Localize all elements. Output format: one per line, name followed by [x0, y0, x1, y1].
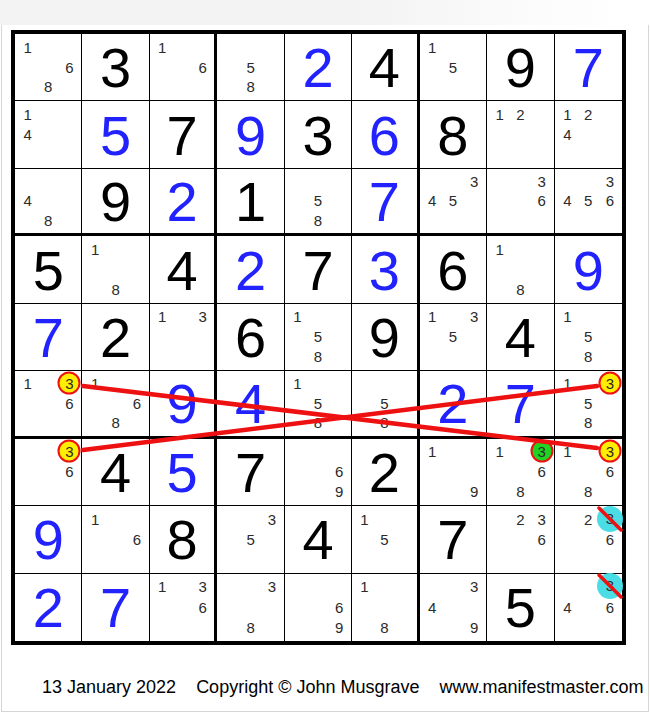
cell-value: 5 [505, 580, 536, 636]
pencil-mark: 9 [463, 615, 486, 638]
pencil-mark: 8 [509, 480, 532, 503]
pencil-mark: 2 [509, 103, 532, 126]
cell-value: 9 [100, 174, 131, 230]
pencil-mark: 5 [441, 325, 464, 348]
pencil-mark: 8 [37, 208, 60, 231]
cell-value: 4 [100, 445, 131, 501]
cell-value: 8 [167, 512, 198, 568]
cell-r5c7[interactable]: 135 [420, 304, 487, 371]
cell-r4c1[interactable]: 5 [15, 236, 82, 303]
pencil-mark: 1 [488, 103, 511, 126]
cell-r5c3[interactable]: 13 [150, 304, 217, 371]
cell-value: 2 [302, 40, 333, 96]
pencil-mark: 1 [286, 305, 309, 328]
pencil-mark: 1 [488, 440, 511, 463]
cell-value: 9 [573, 243, 604, 299]
pencil-mark: 4 [421, 189, 444, 212]
cell-value: 6 [437, 243, 468, 299]
cell-value: 9 [33, 512, 64, 568]
pencil-mark: 8 [104, 277, 127, 300]
cell-r8c4[interactable]: 35 [217, 506, 284, 573]
cell-r9c4[interactable]: 38 [217, 574, 284, 641]
footer: 13 January 2022 Copyright © John Musgrav… [42, 677, 650, 698]
cell-r3c7[interactable]: 345 [420, 169, 487, 236]
cell-r5c4[interactable]: 6 [217, 304, 284, 371]
pencil-mark: 8 [306, 345, 329, 368]
pencil-mark: 5 [577, 189, 600, 212]
cell-r7c3[interactable]: 5 [150, 439, 217, 506]
pencil-mark: 8 [239, 75, 262, 98]
pencil-mark: 8 [306, 208, 329, 231]
pencil-mark: 1 [488, 237, 511, 260]
pencil-mark: 5 [239, 527, 262, 550]
cell-r8c5[interactable]: 4 [285, 506, 352, 573]
cell-value: 5 [167, 445, 198, 501]
cell-r7c9[interactable]: 1368 [555, 439, 622, 506]
cell-r6c7[interactable]: 2 [420, 371, 487, 438]
cell-r3c6[interactable]: 7 [352, 169, 419, 236]
cell-r5c6[interactable]: 9 [352, 304, 419, 371]
pencil-mark: 1 [421, 35, 444, 58]
cell-value: 7 [33, 310, 64, 366]
sudoku-board: 1683165824159714579368121244892158734536… [11, 30, 626, 645]
cell-value: 4 [235, 376, 266, 432]
pencil-mark: 1 [151, 305, 174, 328]
top-bar [0, 0, 650, 25]
cell-r3c2[interactable]: 9 [82, 169, 149, 236]
pencil-mark: 6 [598, 595, 621, 618]
pencil-mark: 6 [530, 189, 553, 212]
pencil-mark: 6 [191, 595, 214, 618]
pencil-mark: 8 [577, 480, 600, 503]
pencil-mark: 1 [84, 237, 107, 260]
pencil-mark: 1 [16, 372, 39, 395]
cell-r9c8[interactable]: 5 [487, 574, 554, 641]
cell-value: 2 [369, 445, 400, 501]
pencil-mark: 1 [151, 35, 174, 58]
pencil-mark: 3 [463, 170, 486, 193]
pencil-mark: 1 [556, 440, 579, 463]
pencil-mark: 6 [598, 460, 621, 483]
cell-r8c7[interactable]: 7 [420, 506, 487, 573]
pencil-mark: 3 [463, 575, 486, 598]
cell-r5c2[interactable]: 2 [82, 304, 149, 371]
pencil-mark: 5 [441, 189, 464, 212]
cell-value: 3 [302, 108, 333, 164]
pencil-mark: 8 [577, 345, 600, 368]
pencil-mark: 9 [328, 480, 351, 503]
pencil-mark: 4 [421, 595, 444, 618]
pencil-mark: 8 [577, 411, 600, 434]
pencil-mark: 8 [373, 411, 396, 434]
cell-r2c9[interactable]: 124 [555, 101, 622, 168]
cell-r3c4[interactable]: 1 [217, 169, 284, 236]
pencil-mark: 5 [441, 55, 464, 78]
cell-r1c9[interactable]: 7 [555, 34, 622, 101]
pencil-mark: 3 [260, 575, 283, 598]
cell-value: 7 [100, 580, 131, 636]
cell-r9c7[interactable]: 349 [420, 574, 487, 641]
cell-r3c5[interactable]: 58 [285, 169, 352, 236]
cell-r8c1[interactable]: 9 [15, 506, 82, 573]
cell-r1c8[interactable]: 9 [487, 34, 554, 101]
cell-value: 7 [235, 445, 266, 501]
pencil-mark: 6 [58, 460, 81, 483]
cell-value: 2 [167, 174, 198, 230]
cell-value: 7 [437, 512, 468, 568]
pencil-mark: 8 [373, 615, 396, 638]
pencil-mark: 4 [556, 595, 579, 618]
cell-r1c5[interactable]: 2 [285, 34, 352, 101]
cell-r1c1[interactable]: 168 [15, 34, 82, 101]
cell-r2c3[interactable]: 7 [150, 101, 217, 168]
pencil-mark: 6 [598, 189, 621, 212]
cell-value: 2 [437, 376, 468, 432]
pencil-mark: 1 [353, 575, 376, 598]
cell-r8c2[interactable]: 16 [82, 506, 149, 573]
cell-r6c9[interactable]: 1358 [555, 371, 622, 438]
cell-value: 7 [167, 108, 198, 164]
cell-r6c4[interactable]: 4 [217, 371, 284, 438]
cell-value: 4 [505, 310, 536, 366]
pencil-mark: 2 [577, 103, 600, 126]
cell-r1c6[interactable]: 4 [352, 34, 419, 101]
pencil-mark: 1 [286, 372, 309, 395]
cell-value: 7 [505, 376, 536, 432]
cell-r8c9[interactable]: 236 [555, 506, 622, 573]
pencil-mark: 1 [353, 507, 376, 530]
footer-date: 13 January 2022 [42, 677, 176, 697]
cell-value: 9 [167, 376, 198, 432]
cell-r5c5[interactable]: 158 [285, 304, 352, 371]
cell-r2c2[interactable]: 5 [82, 101, 149, 168]
cell-value: 2 [235, 243, 266, 299]
pencil-mark: 1 [556, 372, 579, 395]
pencil-mark: 6 [191, 55, 214, 78]
pencil-mark: 1 [421, 440, 444, 463]
cell-r6c3[interactable]: 9 [150, 371, 217, 438]
cell-r4c7[interactable]: 6 [420, 236, 487, 303]
pencil-mark: 1 [84, 372, 107, 395]
pencil-mark: 3 [191, 305, 214, 328]
cell-r3c3[interactable]: 2 [150, 169, 217, 236]
cell-r8c3[interactable]: 8 [150, 506, 217, 573]
pencil-mark: 4 [556, 189, 579, 212]
pencil-mark: 6 [125, 527, 148, 550]
cell-value: 9 [369, 310, 400, 366]
cell-value: 5 [100, 108, 131, 164]
pencil-mark: 1 [151, 575, 174, 598]
footer-url: www.manifestmaster.com [440, 677, 644, 697]
cell-r7c8[interactable]: 1368 [487, 439, 554, 506]
cell-r7c6[interactable]: 2 [352, 439, 419, 506]
cell-r1c4[interactable]: 58 [217, 34, 284, 101]
cell-r9c1[interactable]: 2 [15, 574, 82, 641]
pencil-mark: 1 [16, 35, 39, 58]
pencil-mark: 8 [239, 615, 262, 638]
pencil-mark: 4 [556, 122, 579, 145]
cell-value: 2 [100, 310, 131, 366]
cell-r9c3[interactable]: 136 [150, 574, 217, 641]
cell-value: 6 [235, 310, 266, 366]
cell-r4c8[interactable]: 18 [487, 236, 554, 303]
cell-r2c1[interactable]: 14 [15, 101, 82, 168]
cell-r1c2[interactable]: 3 [82, 34, 149, 101]
cell-value: 8 [437, 108, 468, 164]
cell-r4c4[interactable]: 2 [217, 236, 284, 303]
cell-r9c6[interactable]: 18 [352, 574, 419, 641]
pencil-mark: 6 [598, 527, 621, 550]
cell-r4c5[interactable]: 7 [285, 236, 352, 303]
pencil-mark: 8 [306, 411, 329, 434]
pencil-mark: 6 [530, 460, 553, 483]
cell-r9c9[interactable]: 346 [555, 574, 622, 641]
cell-value: 5 [33, 243, 64, 299]
cell-r6c8[interactable]: 7 [487, 371, 554, 438]
cell-r9c2[interactable]: 7 [82, 574, 149, 641]
pencil-mark: 2 [509, 507, 532, 530]
pencil-mark: 3 [463, 305, 486, 328]
cell-r1c3[interactable]: 16 [150, 34, 217, 101]
cell-r4c6[interactable]: 3 [352, 236, 419, 303]
cell-r7c5[interactable]: 69 [285, 439, 352, 506]
cell-value: 6 [369, 108, 400, 164]
cell-value: 2 [33, 580, 64, 636]
cell-value: 4 [167, 243, 198, 299]
pencil-mark: 1 [421, 305, 444, 328]
pencil-mark: 9 [328, 615, 351, 638]
pencil-mark: 1 [556, 305, 579, 328]
cell-value: 3 [100, 40, 131, 96]
cell-value: 9 [235, 108, 266, 164]
cell-r6c1[interactable]: 136 [15, 371, 82, 438]
pencil-mark: 6 [58, 55, 81, 78]
cell-r3c9[interactable]: 3456 [555, 169, 622, 236]
cell-r3c1[interactable]: 48 [15, 169, 82, 236]
cell-value: 7 [573, 40, 604, 96]
cell-value: 9 [505, 40, 536, 96]
cell-r2c5[interactable]: 3 [285, 101, 352, 168]
cell-value: 4 [369, 40, 400, 96]
cell-r6c6[interactable]: 58 [352, 371, 419, 438]
pencil-mark: 3 [260, 507, 283, 530]
cell-r7c1[interactable]: 36 [15, 439, 82, 506]
pencil-mark: 4 [16, 189, 39, 212]
cell-r7c4[interactable]: 7 [217, 439, 284, 506]
pencil-mark: 8 [509, 277, 532, 300]
cell-value: 3 [369, 243, 400, 299]
pencil-mark: 9 [463, 480, 486, 503]
cell-r2c7[interactable]: 8 [420, 101, 487, 168]
cell-r2c8[interactable]: 12 [487, 101, 554, 168]
cell-r6c5[interactable]: 158 [285, 371, 352, 438]
pencil-mark-highlight-yellow: 3 [598, 372, 621, 395]
pencil-mark: 6 [125, 391, 148, 414]
pencil-mark: 4 [16, 122, 39, 145]
cell-value: 7 [302, 243, 333, 299]
cell-r8c6[interactable]: 15 [352, 506, 419, 573]
pencil-mark: 6 [530, 527, 553, 550]
cell-r4c9[interactable]: 9 [555, 236, 622, 303]
pencil-mark: 1 [84, 507, 107, 530]
cell-value: 7 [369, 174, 400, 230]
cell-r8c8[interactable]: 236 [487, 506, 554, 573]
cell-r5c1[interactable]: 7 [15, 304, 82, 371]
cell-r1c7[interactable]: 15 [420, 34, 487, 101]
cell-r7c2[interactable]: 4 [82, 439, 149, 506]
cell-r5c9[interactable]: 158 [555, 304, 622, 371]
cell-r2c4[interactable]: 9 [217, 101, 284, 168]
cell-value: 1 [235, 174, 266, 230]
cell-r6c2[interactable]: 168 [82, 371, 149, 438]
cell-value: 4 [302, 512, 333, 568]
cell-r2c6[interactable]: 6 [352, 101, 419, 168]
cell-r7c7[interactable]: 19 [420, 439, 487, 506]
pencil-mark: 8 [37, 75, 60, 98]
pencil-mark: 6 [58, 391, 81, 414]
pencil-mark: 5 [373, 527, 396, 550]
cell-r9c5[interactable]: 69 [285, 574, 352, 641]
cell-r4c3[interactable]: 4 [150, 236, 217, 303]
cell-r3c8[interactable]: 36 [487, 169, 554, 236]
cell-r5c8[interactable]: 4 [487, 304, 554, 371]
pencil-mark: 8 [104, 411, 127, 434]
footer-copyright: Copyright © John Musgrave [196, 677, 419, 697]
cell-r4c2[interactable]: 18 [82, 236, 149, 303]
